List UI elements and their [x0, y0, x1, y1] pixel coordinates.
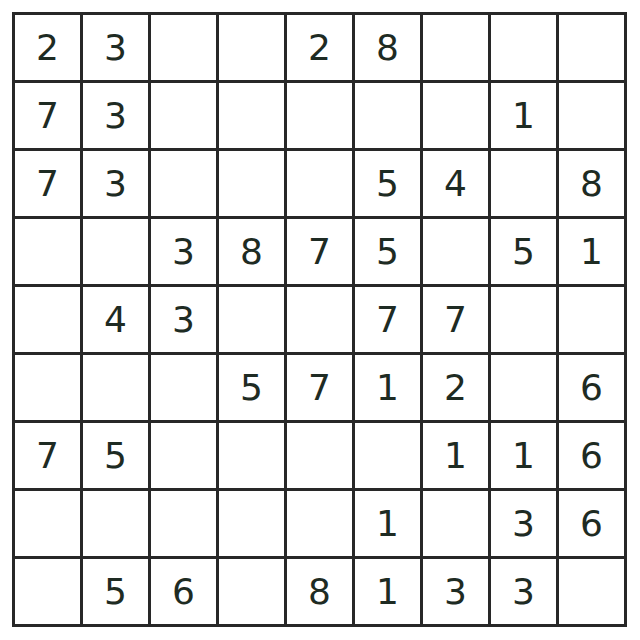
cell-r1c4[interactable] — [219, 15, 284, 80]
cell-r8c1[interactable] — [15, 491, 80, 556]
cell-r6c6[interactable]: 1 — [355, 355, 420, 420]
cell-r2c2[interactable]: 3 — [83, 83, 148, 148]
cell-r6c2[interactable] — [83, 355, 148, 420]
cell-r4c8[interactable]: 5 — [491, 219, 556, 284]
cell-r5c6[interactable]: 7 — [355, 287, 420, 352]
cell-r7c6[interactable] — [355, 423, 420, 488]
cell-r1c9[interactable] — [559, 15, 624, 80]
cell-r9c7[interactable]: 3 — [423, 559, 488, 624]
cell-r2c5[interactable] — [287, 83, 352, 148]
cell-r5c7[interactable]: 7 — [423, 287, 488, 352]
cell-r9c3[interactable]: 6 — [151, 559, 216, 624]
cell-r1c6[interactable]: 8 — [355, 15, 420, 80]
cell-r1c2[interactable]: 3 — [83, 15, 148, 80]
cell-r7c1[interactable]: 7 — [15, 423, 80, 488]
puzzle-board: 2328731735483875514377571267511613656813… — [12, 12, 627, 627]
cell-r4c3[interactable]: 3 — [151, 219, 216, 284]
cell-r5c8[interactable] — [491, 287, 556, 352]
cell-r5c9[interactable] — [559, 287, 624, 352]
cell-r8c4[interactable] — [219, 491, 284, 556]
cell-r7c5[interactable] — [287, 423, 352, 488]
cell-r4c5[interactable]: 7 — [287, 219, 352, 284]
cell-r5c4[interactable] — [219, 287, 284, 352]
cell-r3c5[interactable] — [287, 151, 352, 216]
cell-r7c9[interactable]: 6 — [559, 423, 624, 488]
cell-r3c8[interactable] — [491, 151, 556, 216]
cell-r5c3[interactable]: 3 — [151, 287, 216, 352]
cell-r9c1[interactable] — [15, 559, 80, 624]
cell-r2c6[interactable] — [355, 83, 420, 148]
cell-r4c6[interactable]: 5 — [355, 219, 420, 284]
cell-r8c5[interactable] — [287, 491, 352, 556]
cell-r8c8[interactable]: 3 — [491, 491, 556, 556]
cell-r7c7[interactable]: 1 — [423, 423, 488, 488]
cell-r4c7[interactable] — [423, 219, 488, 284]
cell-r4c2[interactable] — [83, 219, 148, 284]
cell-r6c5[interactable]: 7 — [287, 355, 352, 420]
cell-r1c8[interactable] — [491, 15, 556, 80]
cell-r7c2[interactable]: 5 — [83, 423, 148, 488]
cell-r3c3[interactable] — [151, 151, 216, 216]
cell-r8c2[interactable] — [83, 491, 148, 556]
cell-r9c9[interactable] — [559, 559, 624, 624]
cell-r3c7[interactable]: 4 — [423, 151, 488, 216]
cell-r9c2[interactable]: 5 — [83, 559, 148, 624]
cell-r6c9[interactable]: 6 — [559, 355, 624, 420]
cell-r3c4[interactable] — [219, 151, 284, 216]
cell-r2c7[interactable] — [423, 83, 488, 148]
cell-r6c3[interactable] — [151, 355, 216, 420]
cell-r2c9[interactable] — [559, 83, 624, 148]
cell-r8c3[interactable] — [151, 491, 216, 556]
cell-r6c7[interactable]: 2 — [423, 355, 488, 420]
cell-r9c8[interactable]: 3 — [491, 559, 556, 624]
cell-r6c8[interactable] — [491, 355, 556, 420]
cell-r2c3[interactable] — [151, 83, 216, 148]
cell-r8c6[interactable]: 1 — [355, 491, 420, 556]
cell-r2c1[interactable]: 7 — [15, 83, 80, 148]
cell-r7c4[interactable] — [219, 423, 284, 488]
cell-r4c4[interactable]: 8 — [219, 219, 284, 284]
cell-r3c6[interactable]: 5 — [355, 151, 420, 216]
cell-r2c8[interactable]: 1 — [491, 83, 556, 148]
cell-r3c9[interactable]: 8 — [559, 151, 624, 216]
cell-r4c9[interactable]: 1 — [559, 219, 624, 284]
cell-r6c4[interactable]: 5 — [219, 355, 284, 420]
cell-r7c8[interactable]: 1 — [491, 423, 556, 488]
cell-r7c3[interactable] — [151, 423, 216, 488]
cell-r8c9[interactable]: 6 — [559, 491, 624, 556]
cell-r1c3[interactable] — [151, 15, 216, 80]
cell-r1c7[interactable] — [423, 15, 488, 80]
cell-r5c1[interactable] — [15, 287, 80, 352]
cell-r3c1[interactable]: 7 — [15, 151, 80, 216]
cell-r8c7[interactable] — [423, 491, 488, 556]
cell-r9c6[interactable]: 1 — [355, 559, 420, 624]
cell-r5c5[interactable] — [287, 287, 352, 352]
cell-r9c5[interactable]: 8 — [287, 559, 352, 624]
cell-r1c5[interactable]: 2 — [287, 15, 352, 80]
cell-r5c2[interactable]: 4 — [83, 287, 148, 352]
cell-r9c4[interactable] — [219, 559, 284, 624]
cell-r6c1[interactable] — [15, 355, 80, 420]
cell-r1c1[interactable]: 2 — [15, 15, 80, 80]
cell-r3c2[interactable]: 3 — [83, 151, 148, 216]
cell-r2c4[interactable] — [219, 83, 284, 148]
cell-r4c1[interactable] — [15, 219, 80, 284]
